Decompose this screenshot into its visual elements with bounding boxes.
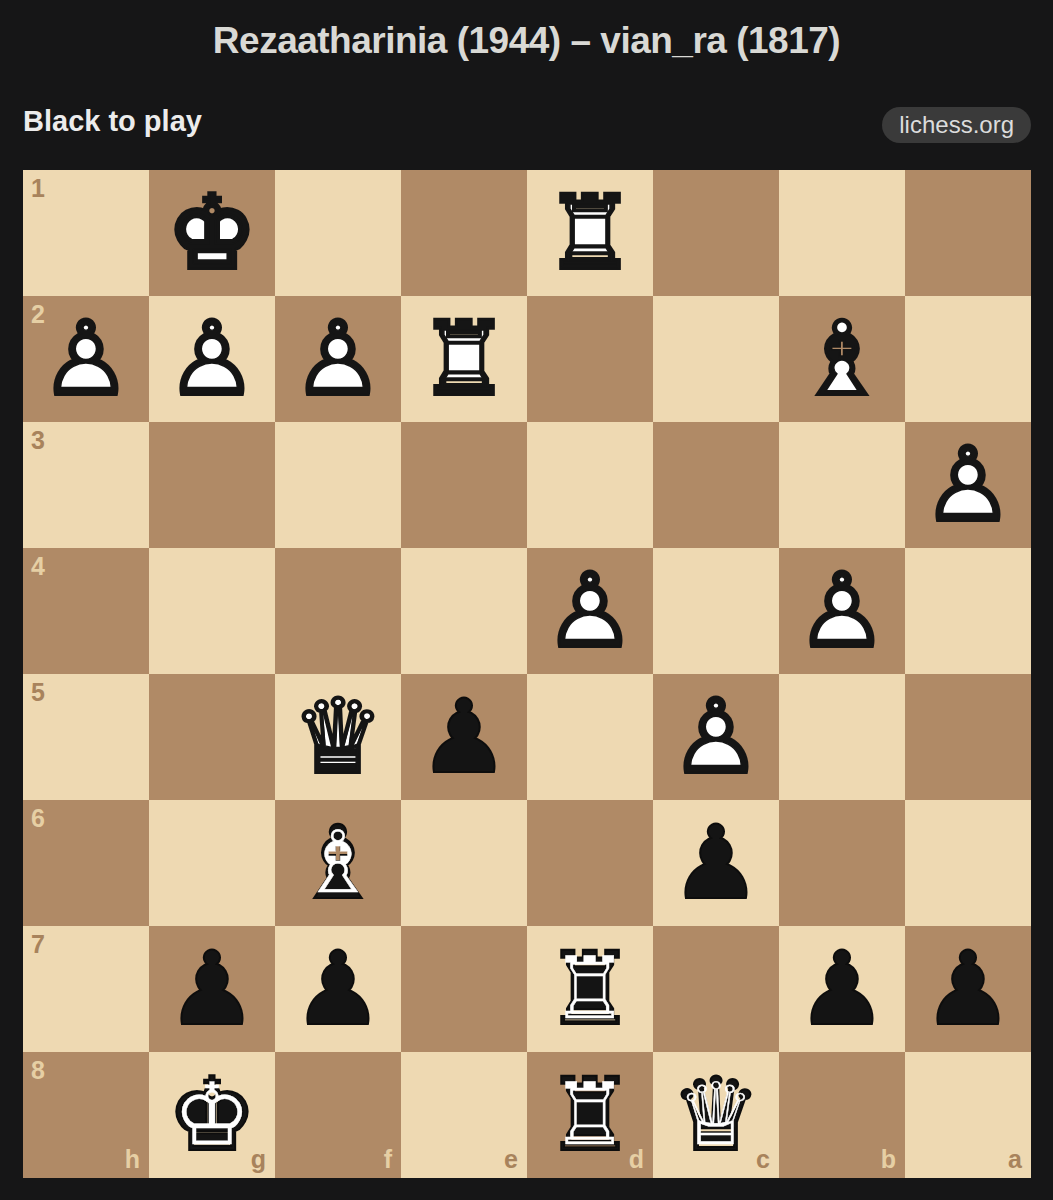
black-king[interactable]: ♚♔ — [149, 1052, 275, 1178]
black-pawn[interactable]: ♟ — [653, 800, 779, 926]
square-a7[interactable]: ♟ — [905, 926, 1031, 1052]
square-b4[interactable]: ♟♙ — [779, 548, 905, 674]
black-pawn[interactable]: ♟ — [149, 926, 275, 1052]
square-d1[interactable]: ♜♖ — [527, 170, 653, 296]
square-c7[interactable] — [653, 926, 779, 1052]
square-e7[interactable] — [401, 926, 527, 1052]
square-h4[interactable]: 4 — [23, 548, 149, 674]
rank-label-6: 6 — [31, 806, 45, 831]
square-c8[interactable]: c♛♕ — [653, 1052, 779, 1178]
subheader: Black to play lichess.org — [23, 103, 1031, 145]
square-g1[interactable]: ♚♔ — [149, 170, 275, 296]
square-d5[interactable] — [527, 674, 653, 800]
square-c3[interactable] — [653, 422, 779, 548]
lichess-badge[interactable]: lichess.org — [882, 107, 1031, 143]
square-b7[interactable]: ♟ — [779, 926, 905, 1052]
square-a3[interactable]: ♟♙ — [905, 422, 1031, 548]
file-label-f: f — [384, 1147, 392, 1172]
white-pawn[interactable]: ♟♙ — [905, 422, 1031, 548]
square-c1[interactable] — [653, 170, 779, 296]
square-d2[interactable] — [527, 296, 653, 422]
rank-label-7: 7 — [31, 932, 45, 957]
white-pawn[interactable]: ♟♙ — [149, 296, 275, 422]
square-e1[interactable] — [401, 170, 527, 296]
square-g8[interactable]: g♚♔ — [149, 1052, 275, 1178]
square-h7[interactable]: 7 — [23, 926, 149, 1052]
white-bishop[interactable]: ♝♗ — [779, 296, 905, 422]
square-f7[interactable]: ♟ — [275, 926, 401, 1052]
rank-label-1: 1 — [31, 176, 45, 201]
square-f5[interactable]: ♛♕ — [275, 674, 401, 800]
square-b2[interactable]: ♝♗ — [779, 296, 905, 422]
side-to-move-label: Black to play — [23, 105, 202, 138]
rank-label-4: 4 — [31, 554, 45, 579]
square-c2[interactable] — [653, 296, 779, 422]
square-e3[interactable] — [401, 422, 527, 548]
black-rook[interactable]: ♜♖ — [527, 1052, 653, 1178]
white-pawn[interactable]: ♟♙ — [527, 548, 653, 674]
square-c6[interactable]: ♟ — [653, 800, 779, 926]
page-title: Rezaatharinia (1944) – vian_ra (1817) — [0, 20, 1053, 62]
square-f6[interactable]: ♝♗ — [275, 800, 401, 926]
square-g3[interactable] — [149, 422, 275, 548]
square-h6[interactable]: 6 — [23, 800, 149, 926]
square-g6[interactable] — [149, 800, 275, 926]
file-label-e: e — [504, 1147, 518, 1172]
rank-label-3: 3 — [31, 428, 45, 453]
square-e6[interactable] — [401, 800, 527, 926]
white-pawn[interactable]: ♟♙ — [275, 296, 401, 422]
square-d6[interactable] — [527, 800, 653, 926]
square-g4[interactable] — [149, 548, 275, 674]
square-c5[interactable]: ♟♙ — [653, 674, 779, 800]
black-pawn[interactable]: ♟ — [401, 674, 527, 800]
black-pawn[interactable]: ♟ — [779, 926, 905, 1052]
square-a5[interactable] — [905, 674, 1031, 800]
square-h5[interactable]: 5 — [23, 674, 149, 800]
square-b8[interactable]: b — [779, 1052, 905, 1178]
square-f1[interactable] — [275, 170, 401, 296]
square-a4[interactable] — [905, 548, 1031, 674]
square-h2[interactable]: 2♟♙ — [23, 296, 149, 422]
square-d3[interactable] — [527, 422, 653, 548]
square-a1[interactable] — [905, 170, 1031, 296]
square-d7[interactable]: ♜♖ — [527, 926, 653, 1052]
white-pawn[interactable]: ♟♙ — [23, 296, 149, 422]
square-d4[interactable]: ♟♙ — [527, 548, 653, 674]
square-f3[interactable] — [275, 422, 401, 548]
square-a2[interactable] — [905, 296, 1031, 422]
square-g7[interactable]: ♟ — [149, 926, 275, 1052]
page-background: { "game": "chess", "header": { "title": … — [0, 0, 1053, 1200]
square-b6[interactable] — [779, 800, 905, 926]
square-b1[interactable] — [779, 170, 905, 296]
white-pawn[interactable]: ♟♙ — [779, 548, 905, 674]
square-e5[interactable]: ♟ — [401, 674, 527, 800]
black-pawn[interactable]: ♟ — [905, 926, 1031, 1052]
square-a8[interactable]: a — [905, 1052, 1031, 1178]
square-e2[interactable]: ♜♖ — [401, 296, 527, 422]
square-h3[interactable]: 3 — [23, 422, 149, 548]
rank-label-5: 5 — [31, 680, 45, 705]
file-label-a: a — [1008, 1147, 1022, 1172]
square-e8[interactable]: e — [401, 1052, 527, 1178]
square-d8[interactable]: d♜♖ — [527, 1052, 653, 1178]
square-b5[interactable] — [779, 674, 905, 800]
rank-label-8: 8 — [31, 1058, 45, 1083]
square-h8[interactable]: 8h — [23, 1052, 149, 1178]
square-f2[interactable]: ♟♙ — [275, 296, 401, 422]
black-bishop[interactable]: ♝♗ — [275, 800, 401, 926]
square-e4[interactable] — [401, 548, 527, 674]
chess-board: 1♚♔♜♖2♟♙♟♙♟♙♜♖♝♗3♟♙4♟♙♟♙5♛♕♟♟♙6♝♗♟7♟♟♜♖♟… — [23, 170, 1031, 1178]
black-pawn[interactable]: ♟ — [275, 926, 401, 1052]
square-g2[interactable]: ♟♙ — [149, 296, 275, 422]
file-label-b: b — [881, 1147, 896, 1172]
square-f8[interactable]: f — [275, 1052, 401, 1178]
white-king[interactable]: ♚♔ — [149, 170, 275, 296]
square-h1[interactable]: 1 — [23, 170, 149, 296]
white-rook[interactable]: ♜♖ — [527, 170, 653, 296]
file-label-h: h — [125, 1147, 140, 1172]
black-rook[interactable]: ♜♖ — [527, 926, 653, 1052]
square-b3[interactable] — [779, 422, 905, 548]
square-g5[interactable] — [149, 674, 275, 800]
square-c4[interactable] — [653, 548, 779, 674]
square-a6[interactable] — [905, 800, 1031, 926]
white-queen[interactable]: ♛♕ — [275, 674, 401, 800]
black-queen[interactable]: ♛♕ — [653, 1052, 779, 1178]
white-rook[interactable]: ♜♖ — [401, 296, 527, 422]
square-f4[interactable] — [275, 548, 401, 674]
white-pawn[interactable]: ♟♙ — [653, 674, 779, 800]
